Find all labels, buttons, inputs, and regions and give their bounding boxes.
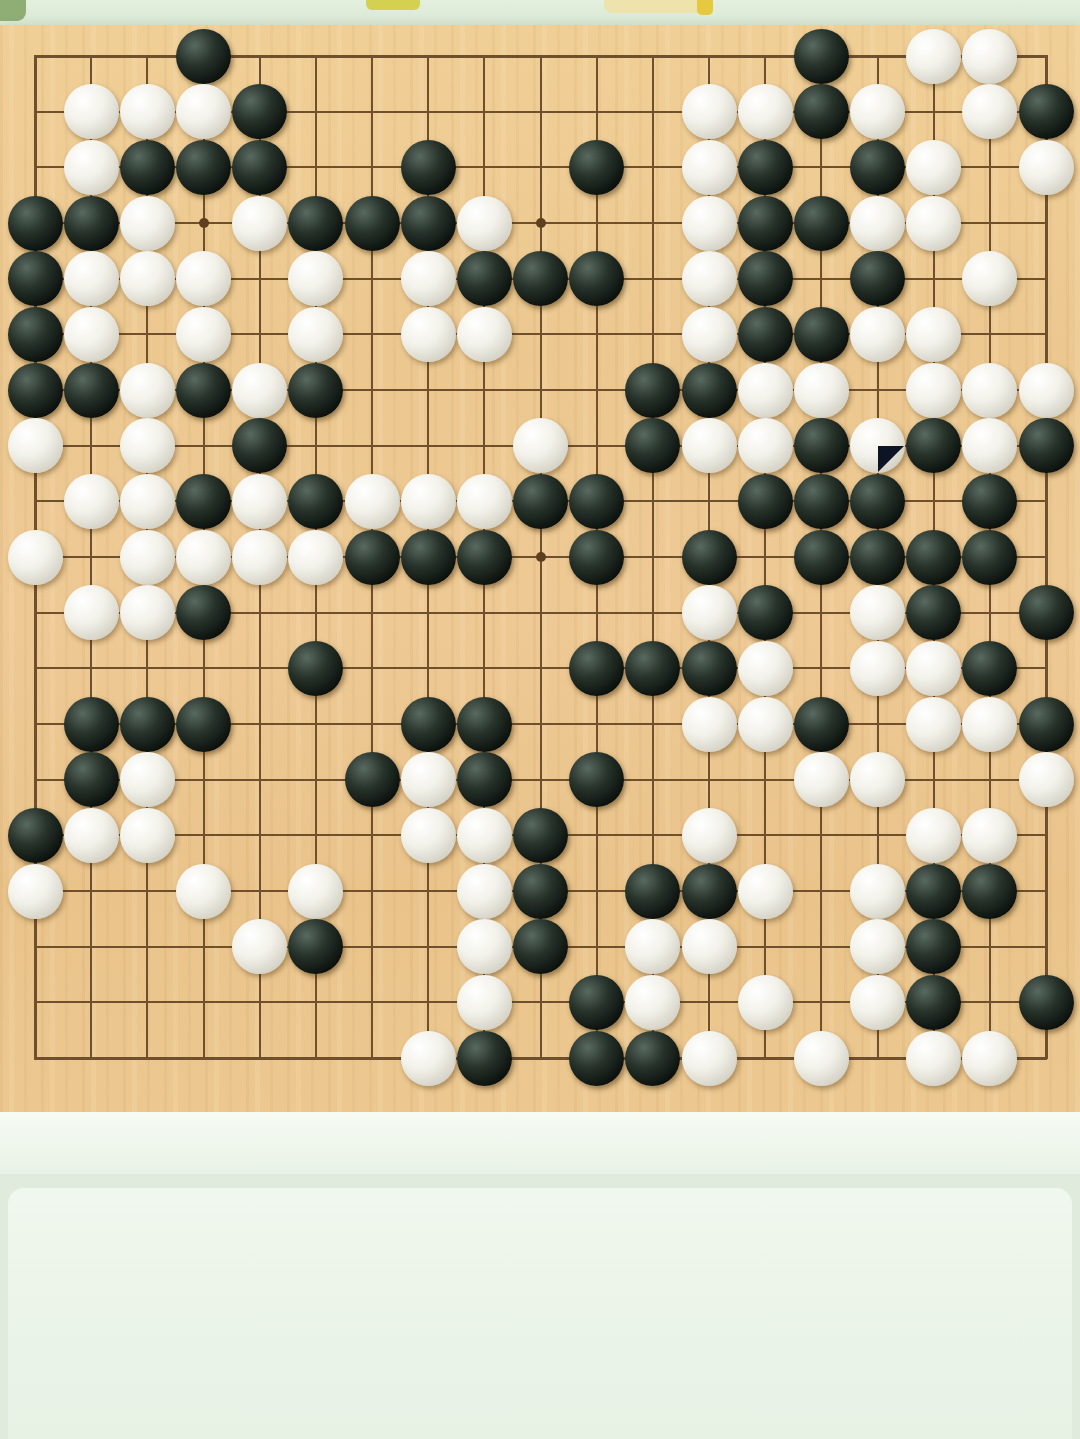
go-stone-white [64,84,119,139]
go-stone-white [850,585,905,640]
go-stone-white [120,474,175,529]
go-stone-black [850,474,905,529]
go-stone-white [288,251,343,306]
go-stone-white [1019,363,1074,418]
go-stone-white [682,418,737,473]
go-stone-white [962,697,1017,752]
go-stone-white [625,919,680,974]
go-stone-black [906,864,961,919]
go-stone-black [738,140,793,195]
go-stone-black [794,84,849,139]
go-stone-black [457,530,512,585]
last-move-marker-icon [878,446,904,472]
go-stone-black [8,251,63,306]
go-stone-white [64,251,119,306]
go-stone-black [738,196,793,251]
go-stone-black [569,140,624,195]
go-stone-white [682,919,737,974]
go-stone-white [120,84,175,139]
go-stone-black [906,585,961,640]
go-stone-white [288,864,343,919]
go-stone-black [176,697,231,752]
go-stone-white [738,975,793,1030]
go-stone-black [288,363,343,418]
go-stone-white [457,808,512,863]
go-stone-black [176,474,231,529]
go-stone-white [850,975,905,1030]
go-stone-white [176,251,231,306]
go-stone-black [120,140,175,195]
go-stone-black [569,975,624,1030]
go-stone-white [8,530,63,585]
go-stone-black [738,474,793,529]
go-stone-white [738,84,793,139]
go-stone-black [850,251,905,306]
go-stone-black [288,196,343,251]
go-stone-white [962,808,1017,863]
go-stone-black [682,363,737,418]
bottom-panel [0,1174,1080,1439]
go-stone-white [850,864,905,919]
go-stone-white [120,530,175,585]
go-stone-black [625,864,680,919]
go-stone-black [625,641,680,696]
go-stone-white [176,864,231,919]
go-stone-black [1019,975,1074,1030]
go-stone-white [120,418,175,473]
go-stone-white [120,251,175,306]
toolbar-button-fragment-icon[interactable] [697,0,713,15]
go-stone-white [850,752,905,807]
go-stone-black [794,697,849,752]
go-stone-white [738,641,793,696]
go-stone-black [1019,418,1074,473]
go-stone-white [457,307,512,362]
go-stone-white [288,530,343,585]
go-stone-black [682,530,737,585]
go-stone-black [288,641,343,696]
go-stone-black [232,418,287,473]
go-stone-white [457,975,512,1030]
go-stone-white [457,474,512,529]
bottom-panel-inner [8,1188,1072,1439]
go-stone-black [1019,697,1074,752]
go-stone-white [120,585,175,640]
go-stone-white [850,641,905,696]
go-stone-black [232,84,287,139]
go-stone-black [625,363,680,418]
go-stone-white [906,196,961,251]
go-stone-black [569,530,624,585]
go-stone-white [232,363,287,418]
go-stone-white [850,307,905,362]
go-stone-white [176,84,231,139]
go-stone-white [682,84,737,139]
go-stone-white [401,752,456,807]
go-stone-white [962,251,1017,306]
go-stone-black [176,585,231,640]
go-stone-white [962,84,1017,139]
go-stone-white [906,307,961,362]
go-stone-black [513,864,568,919]
go-stone-white [232,196,287,251]
go-stone-black [513,474,568,529]
go-stone-white [906,1031,961,1086]
go-stone-white [682,585,737,640]
go-stone-white [738,418,793,473]
toolbar-button-fragment-icon[interactable] [366,0,420,10]
go-stone-white [457,864,512,919]
go-stone-white [8,864,63,919]
go-stone-black [569,474,624,529]
go-stone-black [794,530,849,585]
go-stone-white [682,808,737,863]
go-stone-black [850,140,905,195]
go-stone-black [64,196,119,251]
go-stone-black [1019,84,1074,139]
grid-line-vertical [1045,55,1048,1059]
go-stone-white [962,418,1017,473]
go-stone-black [962,530,1017,585]
go-stone-black [176,140,231,195]
go-stone-black [288,474,343,529]
go-stone-white [401,1031,456,1086]
go-stone-white [682,1031,737,1086]
go-stone-black [513,251,568,306]
go-stone-black [120,697,175,752]
go-stone-black [625,418,680,473]
go-stone-white [738,697,793,752]
go-stone-white [457,919,512,974]
go-stone-black [569,1031,624,1086]
hoshi-star-point [199,218,209,228]
go-stone-white [64,307,119,362]
go-stone-white [401,808,456,863]
go-stone-white [232,530,287,585]
grid-line-horizontal [34,1057,1047,1060]
go-stone-white [906,29,961,84]
hoshi-star-point [536,552,546,562]
go-stone-black [232,140,287,195]
go-stone-black [962,864,1017,919]
go-stone-white [738,864,793,919]
go-stone-white [64,474,119,529]
go-board-surface[interactable] [0,25,1080,1112]
go-stone-black [457,697,512,752]
go-stone-black [569,251,624,306]
go-stone-white [1019,140,1074,195]
below-board-strip [0,1112,1080,1174]
go-stone-black [345,196,400,251]
go-stone-black [850,530,905,585]
go-stone-black [906,530,961,585]
go-stone-white [120,363,175,418]
top-toolbar [0,0,1080,25]
go-stone-white [401,307,456,362]
go-stone-black [176,363,231,418]
go-stone-black [64,363,119,418]
go-stone-white [794,752,849,807]
go-stone-white [682,196,737,251]
go-stone-black [962,641,1017,696]
go-stone-black [64,697,119,752]
go-stone-black [569,641,624,696]
go-stone-black [401,196,456,251]
go-stone-black [794,307,849,362]
go-stone-white [64,140,119,195]
go-stone-black [906,975,961,1030]
go-stone-black [569,752,624,807]
go-stone-white [682,140,737,195]
go-stone-black [401,697,456,752]
go-stone-white [176,530,231,585]
go-stone-black [8,307,63,362]
go-stone-black [8,808,63,863]
go-stone-black [457,251,512,306]
go-stone-white [120,752,175,807]
toolbar-button-fragment-icon[interactable] [0,0,26,21]
go-stone-white [738,363,793,418]
go-stone-black [513,919,568,974]
go-stone-black [64,752,119,807]
go-stone-black [457,1031,512,1086]
go-stone-black [8,196,63,251]
go-stone-white [906,641,961,696]
go-stone-white [850,919,905,974]
go-stone-black [906,418,961,473]
go-stone-black [401,140,456,195]
go-stone-white [906,363,961,418]
go-stone-black [794,418,849,473]
go-stone-white [682,307,737,362]
go-stone-white [962,363,1017,418]
go-stone-white [625,975,680,1030]
go-stone-white [962,29,1017,84]
go-stone-white [401,251,456,306]
go-stone-white [64,808,119,863]
go-stone-white [345,474,400,529]
go-stone-white [120,196,175,251]
go-stone-white [401,474,456,529]
go-stone-black [288,919,343,974]
go-stone-white [288,307,343,362]
go-stone-white [850,196,905,251]
go-stone-white [906,808,961,863]
go-stone-black [738,307,793,362]
hoshi-star-point [536,218,546,228]
go-stone-white [8,418,63,473]
go-stone-black [345,752,400,807]
go-stone-black [625,1031,680,1086]
go-stone-black [457,752,512,807]
go-stone-black [1019,585,1074,640]
go-stone-white [962,1031,1017,1086]
go-stone-black [794,196,849,251]
go-stone-white [682,251,737,306]
go-stone-white [513,418,568,473]
go-stone-black [345,530,400,585]
go-stone-black [8,363,63,418]
go-stone-white [120,808,175,863]
go-stone-white [1019,752,1074,807]
toolbar-button-fragment-icon[interactable] [604,0,704,13]
go-stone-black [794,29,849,84]
go-stone-white [176,307,231,362]
go-stone-black [513,808,568,863]
go-stone-black [682,641,737,696]
go-stone-black [906,919,961,974]
go-stone-white [794,363,849,418]
go-stone-black [794,474,849,529]
go-stone-white [850,84,905,139]
go-stone-white [906,697,961,752]
go-stone-white [64,585,119,640]
go-stone-white [794,1031,849,1086]
go-stone-black [176,29,231,84]
go-stone-black [738,585,793,640]
go-stone-black [962,474,1017,529]
go-stone-white [906,140,961,195]
go-stone-white [232,919,287,974]
go-stone-black [738,251,793,306]
go-stone-white [457,196,512,251]
go-stone-white [232,474,287,529]
go-stone-black [682,864,737,919]
go-stone-black [401,530,456,585]
go-stone-white [682,697,737,752]
